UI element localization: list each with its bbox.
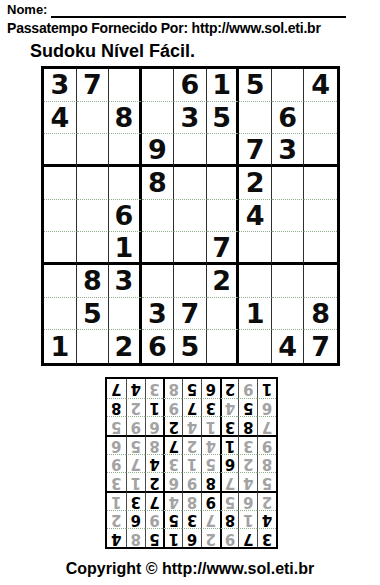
solution-key-grid: 3792615844187359622659847315478962138265… (105, 377, 278, 549)
solution-cell-r4c3: 7 (220, 472, 239, 491)
sudoku-cell-r1c3 (109, 69, 142, 102)
sudoku-cell-r3c7: 7 (239, 134, 272, 167)
solution-cell-r7c6: 2 (163, 416, 182, 435)
solution-cell-r6c5: 2 (182, 435, 201, 454)
sudoku-cell-r3c9 (304, 134, 337, 167)
solution-cell-r2c3: 8 (220, 510, 239, 529)
sudoku-cell-r1c8 (272, 69, 305, 102)
sudoku-cell-r5c9 (304, 200, 337, 233)
page-title: Sudoku Nível Fácil. (30, 41, 195, 62)
sudoku-cell-r6c3: 1 (109, 232, 142, 265)
solution-cell-r7c4: 1 (201, 416, 220, 435)
solution-cell-r4c6: 6 (163, 472, 182, 491)
sudoku-cell-r1c5: 6 (174, 69, 207, 102)
solution-cell-r4c8: 1 (126, 472, 145, 491)
sudoku-cell-r8c2: 5 (77, 298, 110, 331)
solution-cell-r8c6: 9 (163, 398, 182, 417)
solution-cell-r9c5: 5 (182, 379, 201, 398)
sudoku-cell-r2c6: 5 (207, 102, 240, 135)
sudoku-cell-r3c2 (77, 134, 110, 167)
solution-cell-r9c2: 9 (238, 379, 257, 398)
solution-cell-r4c2: 4 (238, 472, 257, 491)
solution-cell-r1c4: 2 (201, 528, 220, 547)
name-label: Nome: (7, 2, 47, 17)
solution-cell-r2c7: 9 (145, 510, 164, 529)
sudoku-cell-r3c8: 3 (272, 134, 305, 167)
sudoku-cell-r6c2 (77, 232, 110, 265)
sudoku-cell-r9c7 (239, 330, 272, 363)
sudoku-cell-r4c5 (174, 167, 207, 200)
sudoku-cell-r6c4 (142, 232, 175, 265)
sudoku-cell-r4c9 (304, 167, 337, 200)
solution-cell-r5c2: 2 (238, 454, 257, 473)
sudoku-cell-r7c6: 2 (207, 265, 240, 298)
sudoku-cell-r5c1 (44, 200, 77, 233)
sudoku-cell-r2c8: 6 (272, 102, 305, 135)
sudoku-cell-r6c5 (174, 232, 207, 265)
sudoku-cell-r4c7: 2 (239, 167, 272, 200)
sudoku-cell-r1c7: 5 (239, 69, 272, 102)
sudoku-cell-r5c2 (77, 200, 110, 233)
sudoku-cell-r4c4: 8 (142, 167, 175, 200)
solution-cell-r9c8: 4 (126, 379, 145, 398)
solution-cell-r1c5: 6 (182, 528, 201, 547)
solution-cell-r4c1: 5 (257, 472, 276, 491)
sudoku-cell-r6c7 (239, 232, 272, 265)
sudoku-cell-r8c9: 8 (304, 298, 337, 331)
solution-cell-r3c7: 7 (145, 491, 164, 510)
solution-cell-r4c7: 2 (145, 472, 164, 491)
sudoku-cell-r2c7 (239, 102, 272, 135)
solution-cell-r3c3: 5 (220, 491, 239, 510)
sudoku-cell-r9c5: 5 (174, 330, 207, 363)
solution-cell-r2c6: 5 (163, 510, 182, 529)
provider-text: Passatempo Fornecido Por: http://www.sol… (7, 20, 321, 36)
sudoku-cell-r8c7: 1 (239, 298, 272, 331)
sudoku-cell-r9c6 (207, 330, 240, 363)
sudoku-cell-r7c2: 8 (77, 265, 110, 298)
solution-cell-r1c6: 1 (163, 528, 182, 547)
sudoku-cell-r8c6 (207, 298, 240, 331)
solution-cell-r6c4: 4 (201, 435, 220, 454)
solution-cell-r5c6: 3 (163, 454, 182, 473)
solution-cell-r8c4: 3 (201, 398, 220, 417)
sudoku-cell-r2c2 (77, 102, 110, 135)
solution-cell-r8c8: 2 (126, 398, 145, 417)
sudoku-cell-r3c5 (174, 134, 207, 167)
solution-cell-r8c2: 5 (238, 398, 257, 417)
sudoku-cell-r4c1 (44, 167, 77, 200)
sudoku-cell-r1c9: 4 (304, 69, 337, 102)
sudoku-cell-r5c4 (142, 200, 175, 233)
sudoku-cell-r3c1 (44, 134, 77, 167)
sudoku-cell-r8c8 (272, 298, 305, 331)
solution-cell-r2c4: 7 (201, 510, 220, 529)
solution-cell-r6c2: 3 (238, 435, 257, 454)
solution-cell-r6c3: 1 (220, 435, 239, 454)
sudoku-cell-r6c8 (272, 232, 305, 265)
sudoku-cell-r5c6 (207, 200, 240, 233)
solution-cell-r3c1: 2 (257, 491, 276, 510)
sudoku-cell-r9c4: 6 (142, 330, 175, 363)
sudoku-cell-r2c3: 8 (109, 102, 142, 135)
sudoku-cell-r7c5 (174, 265, 207, 298)
sudoku-cell-r8c3 (109, 298, 142, 331)
sudoku-cell-r9c1: 1 (44, 330, 77, 363)
sudoku-cell-r7c1 (44, 265, 77, 298)
solution-cell-r7c2: 8 (238, 416, 257, 435)
solution-cell-r2c8: 6 (126, 510, 145, 529)
sudoku-cell-r6c1 (44, 232, 77, 265)
solution-cell-r2c9: 2 (107, 510, 126, 529)
solution-cell-r6c9: 6 (107, 435, 126, 454)
solution-cell-r5c4: 5 (201, 454, 220, 473)
solution-cell-r1c3: 9 (220, 528, 239, 547)
solution-cell-r2c2: 1 (238, 510, 257, 529)
sudoku-cell-r8c5: 7 (174, 298, 207, 331)
sudoku-cell-r9c9: 7 (304, 330, 337, 363)
solution-cell-r9c9: 7 (107, 379, 126, 398)
sudoku-cell-r1c2: 7 (77, 69, 110, 102)
solution-cell-r4c5: 9 (182, 472, 201, 491)
copyright-text: Copyright © http://www.sol.eti.br (0, 560, 380, 578)
solution-cell-r1c8: 8 (126, 528, 145, 547)
sudoku-cell-r3c3 (109, 134, 142, 167)
solution-cell-r3c6: 4 (163, 491, 182, 510)
sudoku-cell-r5c3: 6 (109, 200, 142, 233)
solution-cell-r9c6: 8 (163, 379, 182, 398)
sudoku-cell-r1c4 (142, 69, 175, 102)
solution-cell-r5c7: 4 (145, 454, 164, 473)
sudoku-cell-r2c9 (304, 102, 337, 135)
solution-cell-r5c1: 8 (257, 454, 276, 473)
solution-cell-r2c5: 3 (182, 510, 201, 529)
sudoku-cell-r4c2 (77, 167, 110, 200)
sudoku-cell-r3c6 (207, 134, 240, 167)
sudoku-cell-r7c3: 3 (109, 265, 142, 298)
solution-cell-r5c3: 6 (220, 454, 239, 473)
solution-cell-r7c5: 4 (182, 416, 201, 435)
sudoku-cell-r8c4: 3 (142, 298, 175, 331)
solution-cell-r5c5: 1 (182, 454, 201, 473)
sudoku-cell-r2c1: 4 (44, 102, 77, 135)
sudoku-cell-r9c2 (77, 330, 110, 363)
sudoku-cell-r1c1: 3 (44, 69, 77, 102)
solution-cell-r9c1: 1 (257, 379, 276, 398)
solution-cell-r3c2: 6 (238, 491, 257, 510)
sudoku-cell-r6c9 (304, 232, 337, 265)
solution-cell-r1c7: 5 (145, 528, 164, 547)
solution-cell-r7c3: 3 (220, 416, 239, 435)
solution-cell-r7c9: 5 (107, 416, 126, 435)
solution-cell-r8c9: 8 (107, 398, 126, 417)
solution-cell-r8c7: 1 (145, 398, 164, 417)
sudoku-cell-r7c4 (142, 265, 175, 298)
solution-cell-r9c4: 6 (201, 379, 220, 398)
solution-cell-r2c1: 4 (257, 510, 276, 529)
sudoku-cell-r7c7 (239, 265, 272, 298)
solution-cell-r6c6: 7 (163, 435, 182, 454)
sudoku-cell-r9c3: 2 (109, 330, 142, 363)
name-blank-line (51, 3, 346, 18)
solution-cell-r7c8: 9 (126, 416, 145, 435)
puzzle-grid: 3761544835697382641783253718126547 (41, 66, 340, 366)
solution-cell-r7c1: 7 (257, 416, 276, 435)
sudoku-cell-r7c9 (304, 265, 337, 298)
sudoku-cell-r4c8 (272, 167, 305, 200)
sudoku-cell-r5c8 (272, 200, 305, 233)
solution-cell-r5c9: 9 (107, 454, 126, 473)
solution-cell-r3c8: 3 (126, 491, 145, 510)
sudoku-cell-r5c5 (174, 200, 207, 233)
solution-cell-r8c3: 4 (220, 398, 239, 417)
solution-cell-r4c4: 8 (201, 472, 220, 491)
solution-cell-r4c9: 3 (107, 472, 126, 491)
sudoku-cell-r4c6 (207, 167, 240, 200)
sudoku-cell-r1c6: 1 (207, 69, 240, 102)
solution-cell-r3c9: 1 (107, 491, 126, 510)
solution-cell-r8c1: 6 (257, 398, 276, 417)
solution-cell-r1c9: 4 (107, 528, 126, 547)
sudoku-cell-r6c6: 7 (207, 232, 240, 265)
solution-cell-r3c4: 9 (201, 491, 220, 510)
solution-cell-r1c2: 7 (238, 528, 257, 547)
sudoku-cell-r5c7: 4 (239, 200, 272, 233)
sudoku-cell-r9c8: 4 (272, 330, 305, 363)
sudoku-cell-r2c4 (142, 102, 175, 135)
sudoku-cell-r8c1 (44, 298, 77, 331)
sudoku-cell-r4c3 (109, 167, 142, 200)
solution-cell-r8c5: 7 (182, 398, 201, 417)
solution-cell-r3c5: 8 (182, 491, 201, 510)
solution-cell-r5c8: 7 (126, 454, 145, 473)
solution-cell-r6c7: 8 (145, 435, 164, 454)
solution-cell-r1c1: 3 (257, 528, 276, 547)
solution-cell-r9c7: 3 (145, 379, 164, 398)
solution-cell-r6c1: 9 (257, 435, 276, 454)
solution-cell-r6c8: 5 (126, 435, 145, 454)
solution-cell-r9c3: 2 (220, 379, 239, 398)
sudoku-cell-r7c8 (272, 265, 305, 298)
sudoku-cell-r2c5: 3 (174, 102, 207, 135)
sudoku-cell-r3c4: 9 (142, 134, 175, 167)
solution-cell-r7c7: 6 (145, 416, 164, 435)
sudoku-print-page: Nome: Passatempo Fornecido Por: http://w… (0, 0, 380, 585)
